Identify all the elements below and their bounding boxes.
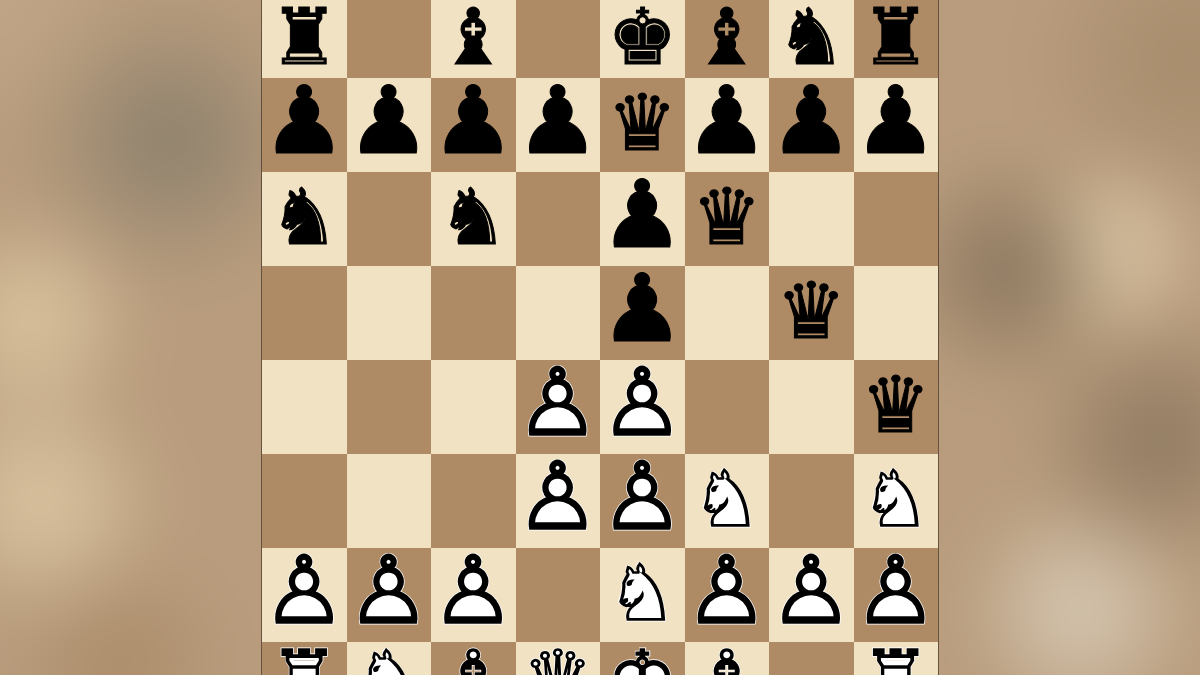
square-a1[interactable]: ♜♖ [262, 642, 347, 675]
square-e3[interactable]: ♟♙ [600, 454, 685, 548]
piece-black-pawn: ♟ [769, 74, 853, 168]
square-a3[interactable] [262, 454, 347, 548]
square-d6[interactable] [516, 172, 601, 266]
piece-white-knight: ♞♘ [354, 640, 424, 675]
piece-black-pawn: ♟ [262, 74, 346, 168]
piece-white-pawn: ♟♙ [262, 544, 346, 638]
piece-white-pawn: ♟♙ [600, 450, 684, 544]
square-c1[interactable]: ♝♗ [431, 642, 516, 675]
piece-black-queen: ♛ [692, 178, 762, 256]
square-c3[interactable] [431, 454, 516, 548]
square-c5[interactable] [431, 266, 516, 360]
square-f1[interactable]: ♝♗ [685, 642, 770, 675]
piece-black-knight: ♞ [438, 178, 508, 256]
square-e2[interactable]: ♞♘ [600, 548, 685, 642]
square-c4[interactable] [431, 360, 516, 454]
square-f7[interactable]: ♟ [685, 78, 770, 172]
piece-white-pawn: ♟♙ [516, 450, 600, 544]
square-f6[interactable]: ♛ [685, 172, 770, 266]
piece-black-pawn: ♟ [431, 74, 515, 168]
square-a4[interactable] [262, 360, 347, 454]
piece-white-knight: ♞♘ [607, 554, 677, 632]
square-g1[interactable] [769, 642, 854, 675]
square-g7[interactable]: ♟ [769, 78, 854, 172]
square-b4[interactable] [347, 360, 432, 454]
square-h4[interactable]: ♛ [854, 360, 939, 454]
square-e7[interactable]: ♛ [600, 78, 685, 172]
square-a6[interactable]: ♞ [262, 172, 347, 266]
square-c6[interactable]: ♞ [431, 172, 516, 266]
square-d4[interactable]: ♟♙ [516, 360, 601, 454]
square-f4[interactable] [685, 360, 770, 454]
piece-white-bishop: ♝♗ [438, 640, 508, 675]
piece-black-bishop: ♝ [438, 0, 508, 76]
piece-black-knight: ♞ [776, 0, 846, 76]
piece-white-knight: ♞♘ [692, 460, 762, 538]
piece-white-knight: ♞♘ [861, 460, 931, 538]
piece-black-pawn: ♟ [854, 74, 938, 168]
piece-black-king: ♚ [607, 0, 677, 76]
square-h6[interactable] [854, 172, 939, 266]
square-e5[interactable]: ♟ [600, 266, 685, 360]
piece-white-rook: ♜♖ [269, 640, 339, 675]
square-f5[interactable] [685, 266, 770, 360]
square-d7[interactable]: ♟ [516, 78, 601, 172]
square-d3[interactable]: ♟♙ [516, 454, 601, 548]
square-e6[interactable]: ♟ [600, 172, 685, 266]
square-b5[interactable] [347, 266, 432, 360]
square-b7[interactable]: ♟ [347, 78, 432, 172]
piece-black-queen: ♛ [776, 272, 846, 350]
square-f3[interactable]: ♞♘ [685, 454, 770, 548]
piece-white-pawn: ♟♙ [769, 544, 853, 638]
piece-black-bishop: ♝ [692, 0, 762, 76]
square-g5[interactable]: ♛ [769, 266, 854, 360]
square-d5[interactable] [516, 266, 601, 360]
piece-white-pawn: ♟♙ [431, 544, 515, 638]
square-d1[interactable]: ♛♕ [516, 642, 601, 675]
piece-white-pawn: ♟♙ [685, 544, 769, 638]
square-d2[interactable] [516, 548, 601, 642]
piece-white-pawn: ♟♙ [516, 356, 600, 450]
square-h5[interactable] [854, 266, 939, 360]
piece-black-pawn: ♟ [600, 262, 684, 356]
square-h7[interactable]: ♟ [854, 78, 939, 172]
piece-white-pawn: ♟♙ [854, 544, 938, 638]
piece-white-pawn: ♟♙ [600, 356, 684, 450]
square-b6[interactable] [347, 172, 432, 266]
piece-white-pawn: ♟♙ [347, 544, 431, 638]
piece-black-pawn: ♟ [347, 74, 431, 168]
square-a2[interactable]: ♟♙ [262, 548, 347, 642]
square-g4[interactable] [769, 360, 854, 454]
square-a7[interactable]: ♟ [262, 78, 347, 172]
piece-black-queen: ♛ [607, 84, 677, 162]
square-e4[interactable]: ♟♙ [600, 360, 685, 454]
piece-white-rook: ♜♖ [861, 640, 931, 675]
piece-black-queen: ♛ [861, 366, 931, 444]
piece-white-king: ♚♔ [607, 640, 677, 675]
piece-black-rook: ♜ [269, 0, 339, 76]
square-e8[interactable]: ♚ [600, 0, 685, 78]
square-f2[interactable]: ♟♙ [685, 548, 770, 642]
piece-black-pawn: ♟ [685, 74, 769, 168]
square-h3[interactable]: ♞♘ [854, 454, 939, 548]
piece-white-queen: ♛♕ [523, 640, 593, 675]
piece-white-bishop: ♝♗ [692, 640, 762, 675]
square-c7[interactable]: ♟ [431, 78, 516, 172]
piece-black-pawn: ♟ [600, 168, 684, 262]
square-b3[interactable] [347, 454, 432, 548]
square-b1[interactable]: ♞♘ [347, 642, 432, 675]
square-b2[interactable]: ♟♙ [347, 548, 432, 642]
piece-black-pawn: ♟ [516, 74, 600, 168]
square-g6[interactable] [769, 172, 854, 266]
square-h1[interactable]: ♜♖ [854, 642, 939, 675]
square-e1[interactable]: ♚♔ [600, 642, 685, 675]
square-c2[interactable]: ♟♙ [431, 548, 516, 642]
square-a5[interactable] [262, 266, 347, 360]
chess-board: ♜♝♚♝♞♜♟♟♟♟♛♟♟♟♞♞♟♛♟♛♟♙♟♙♛♟♙♟♙♞♘♞♘♟♙♟♙♟♙♞… [262, 0, 938, 675]
square-h2[interactable]: ♟♙ [854, 548, 939, 642]
piece-black-rook: ♜ [861, 0, 931, 76]
piece-black-knight: ♞ [269, 178, 339, 256]
square-g2[interactable]: ♟♙ [769, 548, 854, 642]
square-g3[interactable] [769, 454, 854, 548]
